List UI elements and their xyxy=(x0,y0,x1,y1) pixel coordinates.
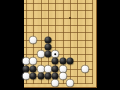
white-stone xyxy=(37,51,44,58)
grid-line-vertical xyxy=(92,0,93,84)
grid-line-horizontal xyxy=(24,25,93,26)
white-stone xyxy=(45,65,52,72)
white-stone xyxy=(30,36,37,43)
last-move-marker-dot xyxy=(54,53,57,56)
black-stone xyxy=(30,65,37,72)
grid-line-vertical xyxy=(70,0,71,84)
screenshot-stage xyxy=(0,0,120,90)
go-board[interactable] xyxy=(24,0,97,88)
black-stone xyxy=(45,36,52,43)
white-stone xyxy=(59,73,66,80)
grid-line-horizontal xyxy=(24,10,93,11)
black-stone xyxy=(67,58,74,65)
grid-line-vertical xyxy=(77,0,78,84)
black-stone xyxy=(45,51,52,58)
grid-line-horizontal xyxy=(24,47,93,48)
letterbox-bottom xyxy=(0,89,120,90)
grid-line-horizontal xyxy=(24,32,93,33)
white-stone xyxy=(81,65,88,72)
black-stone xyxy=(52,73,59,80)
white-stone xyxy=(52,80,59,87)
white-stone xyxy=(30,58,37,65)
black-stone xyxy=(23,65,30,72)
white-stone-marked xyxy=(52,51,59,58)
grid-line-horizontal xyxy=(24,18,93,19)
white-stone xyxy=(37,65,44,72)
grid-line-horizontal xyxy=(24,3,93,4)
black-stone xyxy=(45,43,52,50)
star-point xyxy=(69,17,71,19)
black-stone xyxy=(45,73,52,80)
white-stone xyxy=(67,80,74,87)
letterbox-right xyxy=(98,0,120,90)
letterbox-left xyxy=(0,0,24,90)
black-stone xyxy=(30,73,37,80)
white-stone xyxy=(59,65,66,72)
black-stone xyxy=(37,73,44,80)
black-stone xyxy=(59,58,66,65)
white-stone xyxy=(23,58,30,65)
black-stone xyxy=(52,65,59,72)
white-stone xyxy=(23,73,30,80)
black-stone xyxy=(52,58,59,65)
